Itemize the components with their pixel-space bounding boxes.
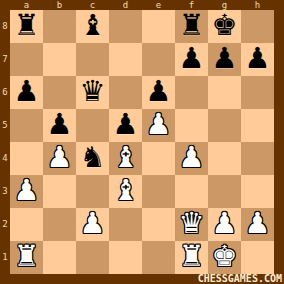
black-queen: ♛ — [80, 77, 106, 106]
square-h8 — [241, 10, 274, 43]
rank-label-2: 2 — [0, 208, 10, 241]
black-rook: ♜ — [179, 11, 205, 40]
black-pawn: ♟ — [47, 110, 73, 139]
square-h1 — [241, 241, 274, 274]
file-label-a: a — [10, 0, 43, 10]
square-f1: ♜ — [175, 241, 208, 274]
square-h4 — [241, 142, 274, 175]
chess-board: ♜♝♜♚♟♟♟♟♛♟♟♟♟♟♞♝♟♟♝♟♛♟♟♜♜♚ — [10, 10, 274, 274]
square-b5: ♟ — [43, 109, 76, 142]
white-pawn: ♟ — [80, 209, 106, 238]
white-bishop: ♝ — [113, 176, 139, 205]
square-c4: ♞ — [76, 142, 109, 175]
square-d8 — [109, 10, 142, 43]
square-a3: ♟ — [10, 175, 43, 208]
white-pawn: ♟ — [146, 110, 172, 139]
square-g2: ♟ — [208, 208, 241, 241]
square-h3 — [241, 175, 274, 208]
black-pawn: ♟ — [245, 44, 271, 73]
square-c5 — [76, 109, 109, 142]
square-d7 — [109, 43, 142, 76]
white-rook: ♜ — [179, 242, 205, 271]
black-pawn: ♟ — [14, 77, 40, 106]
square-a8: ♜ — [10, 10, 43, 43]
black-king: ♚ — [212, 11, 238, 40]
square-f3 — [175, 175, 208, 208]
square-g4 — [208, 142, 241, 175]
square-a7 — [10, 43, 43, 76]
rank-label-3: 3 — [0, 175, 10, 208]
black-pawn: ♟ — [113, 110, 139, 139]
rank-label-5: 5 — [0, 109, 10, 142]
file-labels: abcdefgh — [10, 0, 274, 10]
square-f4: ♟ — [175, 142, 208, 175]
square-h6 — [241, 76, 274, 109]
chess-diagram-frame: abcdefgh 87654321 ♜♝♜♚♟♟♟♟♛♟♟♟♟♟♞♝♟♟♝♟♛♟… — [0, 0, 284, 284]
white-pawn: ♟ — [179, 143, 205, 172]
square-e5: ♟ — [142, 109, 175, 142]
square-c7 — [76, 43, 109, 76]
square-e3 — [142, 175, 175, 208]
rank-label-7: 7 — [0, 43, 10, 76]
black-pawn: ♟ — [212, 44, 238, 73]
square-g3 — [208, 175, 241, 208]
square-d4: ♝ — [109, 142, 142, 175]
square-a2 — [10, 208, 43, 241]
black-pawn: ♟ — [179, 44, 205, 73]
square-e8 — [142, 10, 175, 43]
file-label-b: b — [43, 0, 76, 10]
square-c2: ♟ — [76, 208, 109, 241]
white-king: ♚ — [212, 242, 238, 271]
square-a6: ♟ — [10, 76, 43, 109]
square-a5 — [10, 109, 43, 142]
file-label-d: d — [109, 0, 142, 10]
square-e4 — [142, 142, 175, 175]
square-b4: ♟ — [43, 142, 76, 175]
square-e7 — [142, 43, 175, 76]
black-pawn: ♟ — [146, 77, 172, 106]
black-knight: ♞ — [80, 143, 106, 172]
square-e2 — [142, 208, 175, 241]
rank-label-1: 1 — [0, 241, 10, 274]
square-d3: ♝ — [109, 175, 142, 208]
square-g5 — [208, 109, 241, 142]
file-label-f: f — [175, 0, 208, 10]
square-d2 — [109, 208, 142, 241]
file-label-c: c — [76, 0, 109, 10]
square-h2: ♟ — [241, 208, 274, 241]
white-pawn: ♟ — [14, 176, 40, 205]
square-b3 — [43, 175, 76, 208]
square-a4 — [10, 142, 43, 175]
square-b2 — [43, 208, 76, 241]
black-bishop: ♝ — [80, 11, 106, 40]
square-b7 — [43, 43, 76, 76]
square-b6 — [43, 76, 76, 109]
square-c3 — [76, 175, 109, 208]
file-label-e: e — [142, 0, 175, 10]
square-a1: ♜ — [10, 241, 43, 274]
white-pawn: ♟ — [212, 209, 238, 238]
black-rook: ♜ — [14, 11, 40, 40]
square-c1 — [76, 241, 109, 274]
square-b1 — [43, 241, 76, 274]
square-d6 — [109, 76, 142, 109]
square-e6: ♟ — [142, 76, 175, 109]
square-c8: ♝ — [76, 10, 109, 43]
rank-label-8: 8 — [0, 10, 10, 43]
square-e1 — [142, 241, 175, 274]
square-h7: ♟ — [241, 43, 274, 76]
white-queen: ♛ — [179, 209, 205, 238]
square-b8 — [43, 10, 76, 43]
white-pawn: ♟ — [47, 143, 73, 172]
rank-label-6: 6 — [0, 76, 10, 109]
square-g7: ♟ — [208, 43, 241, 76]
rank-labels: 87654321 — [0, 10, 10, 274]
file-label-h: h — [241, 0, 274, 10]
square-h5 — [241, 109, 274, 142]
square-f7: ♟ — [175, 43, 208, 76]
site-watermark: CHESSGAMES.COM — [198, 273, 282, 284]
square-d1 — [109, 241, 142, 274]
white-bishop: ♝ — [113, 143, 139, 172]
rank-label-4: 4 — [0, 142, 10, 175]
white-pawn: ♟ — [245, 209, 271, 238]
square-g6 — [208, 76, 241, 109]
square-c6: ♛ — [76, 76, 109, 109]
square-f8: ♜ — [175, 10, 208, 43]
square-g1: ♚ — [208, 241, 241, 274]
square-d5: ♟ — [109, 109, 142, 142]
white-rook: ♜ — [14, 242, 40, 271]
square-f2: ♛ — [175, 208, 208, 241]
square-f6 — [175, 76, 208, 109]
file-label-g: g — [208, 0, 241, 10]
square-f5 — [175, 109, 208, 142]
square-g8: ♚ — [208, 10, 241, 43]
